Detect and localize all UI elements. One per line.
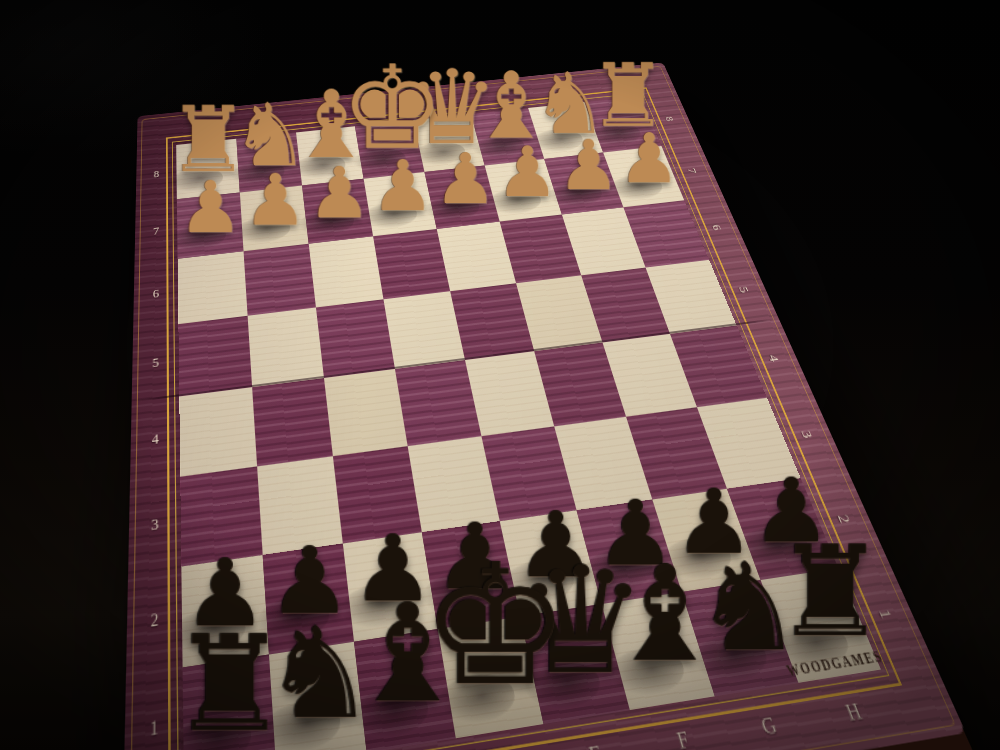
rank-label-right-4: 4 xyxy=(764,353,782,362)
white-pawn-c7: ♟ xyxy=(307,159,370,226)
square-c7: ♟ xyxy=(302,179,373,244)
rank-label-left-5: 5 xyxy=(152,354,159,371)
rank-label-left-7: 7 xyxy=(153,224,159,238)
square-f5 xyxy=(516,275,602,351)
white-pawn-b7: ♟ xyxy=(243,166,307,233)
rank-label-right-3: 3 xyxy=(797,429,816,439)
file-label-h: H xyxy=(842,697,866,726)
rank-label-right-8: 8 xyxy=(662,116,677,122)
square-e7: ♟ xyxy=(424,165,499,228)
square-a6 xyxy=(178,251,248,324)
square-a7: ♟ xyxy=(177,192,244,258)
board-grid: ♜♞♝♚♛♝♞♜♟♟♟♟♟♟♟♟♟♟♟♟♟♟♟♟♜♞♝♚♛♝♞♜WOODGAME… xyxy=(176,96,881,750)
square-a5 xyxy=(178,316,252,397)
rank-label-left-8: 8 xyxy=(154,167,160,180)
white-pawn-e7: ♟ xyxy=(434,146,497,212)
rank-label-right-7: 7 xyxy=(684,167,699,173)
square-a1: ♜ xyxy=(183,655,276,750)
rank-label-left-6: 6 xyxy=(153,286,159,302)
white-pawn-g7: ♟ xyxy=(557,132,619,198)
square-b6 xyxy=(244,244,316,316)
white-pawn-f7: ♟ xyxy=(496,139,558,205)
square-b4 xyxy=(252,378,333,466)
perspective-wrapper: ♜♞♝♚♛♝♞♜♟♟♟♟♟♟♟♟♟♟♟♟♟♟♟♟♜♞♝♚♛♝♞♜WOODGAME… xyxy=(0,0,1000,750)
chess-board: ♜♞♝♚♛♝♞♜♟♟♟♟♟♟♟♟♟♟♟♟♟♟♟♟♜♞♝♚♛♝♞♜WOODGAME… xyxy=(122,62,966,750)
rank-label-right-6: 6 xyxy=(708,224,724,231)
rank-label-left-1: 1 xyxy=(150,714,158,741)
black-rook-a1: ♜ xyxy=(170,622,289,748)
file-label-g: G xyxy=(758,711,781,741)
square-b5 xyxy=(248,307,324,387)
square-h4 xyxy=(670,325,767,407)
rank-label-right-5: 5 xyxy=(735,285,752,293)
white-pawn-d7: ♟ xyxy=(371,153,434,220)
square-a4 xyxy=(179,387,257,477)
rank-label-left-2: 2 xyxy=(151,608,159,632)
square-e5 xyxy=(450,283,534,360)
file-label-e: E xyxy=(587,740,606,750)
square-c4 xyxy=(324,369,408,456)
square-d4 xyxy=(395,360,481,446)
scene: ♜♞♝♚♛♝♞♜♟♟♟♟♟♟♟♟♟♟♟♟♟♟♟♟♜♞♝♚♛♝♞♜WOODGAME… xyxy=(0,0,1000,750)
rank-label-left-4: 4 xyxy=(152,429,159,448)
square-b7: ♟ xyxy=(240,186,309,252)
square-c6 xyxy=(309,236,384,307)
square-c5 xyxy=(316,299,395,378)
square-d7: ♟ xyxy=(364,172,437,236)
rank-label-left-3: 3 xyxy=(151,513,158,534)
file-label-f: F xyxy=(674,725,693,750)
white-pawn-h7: ♟ xyxy=(618,126,680,191)
white-pawn-a7: ♟ xyxy=(178,173,242,241)
